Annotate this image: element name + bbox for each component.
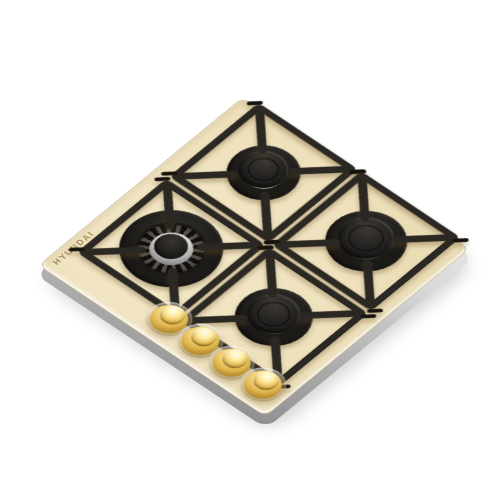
grate-finger: [289, 166, 349, 175]
grate-finger: [85, 247, 145, 256]
grate-finger: [363, 260, 375, 305]
grate-post: [257, 245, 273, 249]
grate-post: [453, 238, 469, 242]
grate-finger: [197, 242, 257, 251]
grate-finger: [255, 109, 267, 154]
grate-post: [247, 101, 263, 105]
grate-finger: [260, 192, 272, 237]
grate-finger: [392, 234, 452, 243]
grate-post: [69, 247, 85, 251]
photo-canvas: HYUNDAI: [0, 0, 500, 500]
gas-cooktop: HYUNDAI: [38, 97, 470, 417]
grate-finger: [358, 177, 370, 222]
grate-finger: [178, 171, 238, 180]
grate-finger: [300, 310, 360, 319]
grate-finger: [280, 239, 340, 248]
grate-post: [367, 309, 383, 313]
grate-post: [360, 314, 376, 318]
grate-post: [161, 171, 177, 175]
grate-post: [264, 240, 280, 244]
grate-finger: [265, 253, 277, 298]
grate-post: [154, 177, 170, 181]
grate-post: [349, 169, 365, 173]
grate-finger: [163, 185, 175, 230]
